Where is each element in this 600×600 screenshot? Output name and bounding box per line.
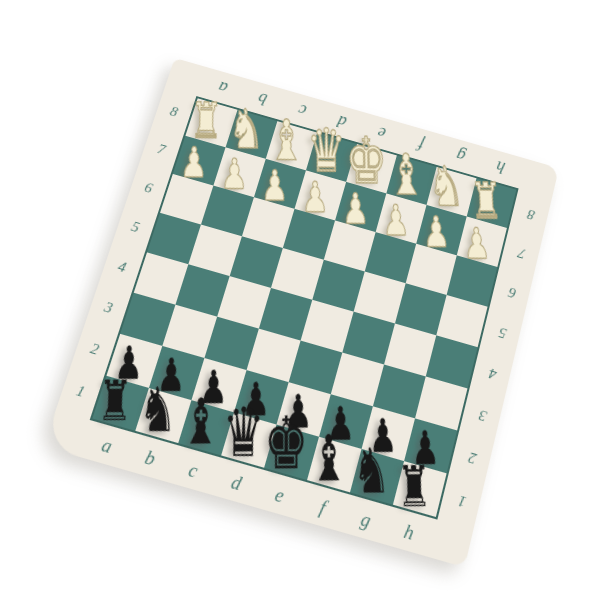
black-king-e1[interactable]: ♚ [263,406,308,479]
board-mat: ♜♞♝♛♚♝♞♜♟♟♟♟♟♟♟♟♟♟♟♟♟♟♟♟♜♞♝♛♚♝♞♜ 8877665… [43,58,559,567]
black-rook-h1[interactable]: ♜ [396,459,432,516]
black-knight-g1[interactable]: ♞ [352,441,391,504]
product-photo: ♜♞♝♛♚♝♞♜♟♟♟♟♟♟♟♟♟♟♟♟♟♟♟♟♜♞♝♛♚♝♞♜ 8877665… [0,0,600,600]
black-bishop-c1[interactable]: ♝ [180,391,220,454]
rank-label-right-1: 1 [440,474,484,527]
black-knight-b1[interactable]: ♞ [137,380,177,442]
black-queen-d1[interactable]: ♛ [222,399,264,467]
black-bishop-f1[interactable]: ♝ [309,427,348,491]
